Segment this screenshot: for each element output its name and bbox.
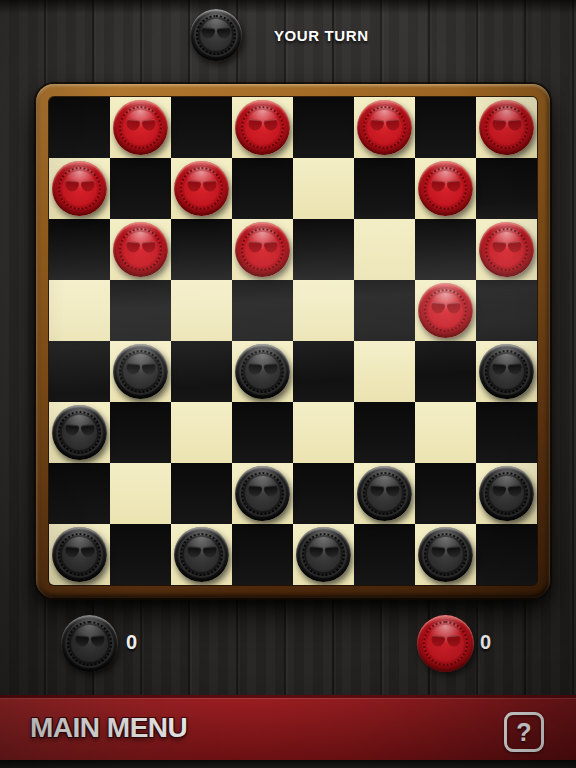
board-cell-r0c1[interactable] bbox=[110, 97, 171, 158]
red-captured-count: 0 bbox=[480, 631, 491, 654]
sunglasses-emblem bbox=[248, 364, 278, 375]
red-captured-checker-icon bbox=[417, 615, 474, 672]
sunglasses-emblem bbox=[65, 181, 95, 192]
board-cell-r0c0[interactable] bbox=[49, 97, 110, 158]
red-checker[interactable] bbox=[479, 222, 534, 277]
black-checker[interactable] bbox=[235, 466, 290, 521]
board-cell-r2c3[interactable] bbox=[232, 219, 293, 280]
board-cell-r7c7[interactable] bbox=[476, 524, 537, 585]
board-cell-r6c0[interactable] bbox=[49, 463, 110, 524]
sunglasses-emblem bbox=[187, 181, 217, 192]
red-checker[interactable] bbox=[357, 100, 412, 155]
board-cell-r4c0[interactable] bbox=[49, 341, 110, 402]
board-cell-r0c4[interactable] bbox=[293, 97, 354, 158]
board-cell-r3c3[interactable] bbox=[232, 280, 293, 341]
board-cell-r3c7[interactable] bbox=[476, 280, 537, 341]
black-checker[interactable] bbox=[174, 527, 229, 582]
board-cell-r1c0[interactable] bbox=[49, 158, 110, 219]
sunglasses-emblem bbox=[187, 547, 217, 558]
checkers-board bbox=[49, 97, 537, 585]
board-cell-r7c2[interactable] bbox=[171, 524, 232, 585]
sunglasses-emblem bbox=[65, 425, 95, 436]
board-cell-r0c2[interactable] bbox=[171, 97, 232, 158]
black-checker[interactable] bbox=[479, 466, 534, 521]
board-cell-r3c4[interactable] bbox=[293, 280, 354, 341]
sunglasses-emblem bbox=[431, 181, 461, 192]
board-cell-r3c6[interactable] bbox=[415, 280, 476, 341]
black-checker[interactable] bbox=[235, 344, 290, 399]
board-cell-r2c2[interactable] bbox=[171, 219, 232, 280]
board-cell-r5c0[interactable] bbox=[49, 402, 110, 463]
red-checker[interactable] bbox=[113, 222, 168, 277]
red-checker[interactable] bbox=[235, 222, 290, 277]
sunglasses-emblem bbox=[248, 242, 278, 253]
sunglasses-emblem bbox=[370, 486, 400, 497]
board-cell-r2c6[interactable] bbox=[415, 219, 476, 280]
board-cell-r2c0[interactable] bbox=[49, 219, 110, 280]
sunglasses-emblem bbox=[75, 636, 105, 647]
board-cell-r4c7[interactable] bbox=[476, 341, 537, 402]
board-cell-r5c4[interactable] bbox=[293, 402, 354, 463]
black-checker[interactable] bbox=[52, 527, 107, 582]
sunglasses-emblem bbox=[65, 547, 95, 558]
sunglasses-emblem bbox=[126, 242, 156, 253]
board-cell-r1c4[interactable] bbox=[293, 158, 354, 219]
help-button[interactable]: ? bbox=[504, 712, 544, 752]
board-cell-r2c4[interactable] bbox=[293, 219, 354, 280]
red-checker[interactable] bbox=[113, 100, 168, 155]
board-cell-r6c6[interactable] bbox=[415, 463, 476, 524]
board-cell-r0c7[interactable] bbox=[476, 97, 537, 158]
board-cell-r2c1[interactable] bbox=[110, 219, 171, 280]
sunglasses-emblem bbox=[248, 120, 278, 131]
board-cell-r4c2[interactable] bbox=[171, 341, 232, 402]
black-checker[interactable] bbox=[418, 527, 473, 582]
board-cell-r7c4[interactable] bbox=[293, 524, 354, 585]
board-cell-r6c7[interactable] bbox=[476, 463, 537, 524]
board-cell-r6c3[interactable] bbox=[232, 463, 293, 524]
board-cell-r6c2[interactable] bbox=[171, 463, 232, 524]
red-checker[interactable] bbox=[418, 283, 473, 338]
sunglasses-emblem bbox=[126, 120, 156, 131]
sunglasses-emblem bbox=[201, 27, 231, 38]
turn-player-checker-icon bbox=[190, 9, 242, 61]
sunglasses-emblem bbox=[492, 486, 522, 497]
board-cell-r1c2[interactable] bbox=[171, 158, 232, 219]
board-cell-r4c4[interactable] bbox=[293, 341, 354, 402]
sunglasses-emblem bbox=[248, 486, 278, 497]
menu-bar: MAIN MENU ? bbox=[0, 695, 576, 760]
board-cell-r3c0[interactable] bbox=[49, 280, 110, 341]
black-captured-checker-icon bbox=[61, 615, 118, 672]
sunglasses-emblem bbox=[126, 364, 156, 375]
board-cell-r6c1[interactable] bbox=[110, 463, 171, 524]
help-question-mark-icon: ? bbox=[516, 720, 531, 745]
board-cell-r0c3[interactable] bbox=[232, 97, 293, 158]
board-cell-r5c6[interactable] bbox=[415, 402, 476, 463]
board-cell-r4c6[interactable] bbox=[415, 341, 476, 402]
black-checker[interactable] bbox=[479, 344, 534, 399]
red-checker[interactable] bbox=[52, 161, 107, 216]
sunglasses-emblem bbox=[431, 636, 461, 647]
black-checker[interactable] bbox=[113, 344, 168, 399]
red-checker[interactable] bbox=[174, 161, 229, 216]
turn-label: YOUR TURN bbox=[274, 27, 369, 44]
black-checker[interactable] bbox=[296, 527, 351, 582]
board-cell-r4c5[interactable] bbox=[354, 341, 415, 402]
sunglasses-emblem bbox=[370, 120, 400, 131]
board-cell-r5c1[interactable] bbox=[110, 402, 171, 463]
board-cell-r0c5[interactable] bbox=[354, 97, 415, 158]
board-cell-r7c6[interactable] bbox=[415, 524, 476, 585]
board-cell-r7c3[interactable] bbox=[232, 524, 293, 585]
board-cell-r1c6[interactable] bbox=[415, 158, 476, 219]
board-cell-r5c2[interactable] bbox=[171, 402, 232, 463]
main-menu-button[interactable]: MAIN MENU bbox=[30, 712, 187, 744]
checkers-game-screen: YOUR TURN 0 0 MAIN MENU ? bbox=[0, 0, 576, 768]
board-cell-r7c5[interactable] bbox=[354, 524, 415, 585]
board-cell-r0c6[interactable] bbox=[415, 97, 476, 158]
sunglasses-emblem bbox=[431, 547, 461, 558]
sunglasses-emblem bbox=[492, 120, 522, 131]
black-captured-count: 0 bbox=[126, 631, 137, 654]
board-cell-r3c5[interactable] bbox=[354, 280, 415, 341]
sunglasses-emblem bbox=[492, 364, 522, 375]
board-cell-r3c1[interactable] bbox=[110, 280, 171, 341]
red-checker[interactable] bbox=[479, 100, 534, 155]
board-cell-r3c2[interactable] bbox=[171, 280, 232, 341]
board-cell-r7c1[interactable] bbox=[110, 524, 171, 585]
board-cell-r6c4[interactable] bbox=[293, 463, 354, 524]
sunglasses-emblem bbox=[431, 303, 461, 314]
board-cell-r4c3[interactable] bbox=[232, 341, 293, 402]
board-cell-r1c1[interactable] bbox=[110, 158, 171, 219]
red-checker[interactable] bbox=[235, 100, 290, 155]
board-cell-r5c3[interactable] bbox=[232, 402, 293, 463]
bottom-shadow-strip bbox=[0, 760, 576, 768]
sunglasses-emblem bbox=[309, 547, 339, 558]
board-cell-r5c7[interactable] bbox=[476, 402, 537, 463]
board-cell-r4c1[interactable] bbox=[110, 341, 171, 402]
black-checker[interactable] bbox=[357, 466, 412, 521]
board-cell-r1c5[interactable] bbox=[354, 158, 415, 219]
board-cell-r1c3[interactable] bbox=[232, 158, 293, 219]
board-cell-r6c5[interactable] bbox=[354, 463, 415, 524]
red-checker[interactable] bbox=[418, 161, 473, 216]
black-checker[interactable] bbox=[52, 405, 107, 460]
board-cell-r2c5[interactable] bbox=[354, 219, 415, 280]
board-frame bbox=[36, 84, 550, 598]
board-cell-r2c7[interactable] bbox=[476, 219, 537, 280]
board-cell-r7c0[interactable] bbox=[49, 524, 110, 585]
board-cell-r1c7[interactable] bbox=[476, 158, 537, 219]
sunglasses-emblem bbox=[492, 242, 522, 253]
board-cell-r5c5[interactable] bbox=[354, 402, 415, 463]
